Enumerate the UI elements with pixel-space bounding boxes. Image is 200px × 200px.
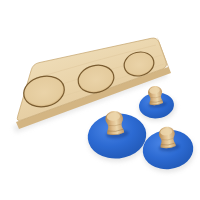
- product-photo: [0, 0, 200, 200]
- scene-svg: [0, 0, 200, 200]
